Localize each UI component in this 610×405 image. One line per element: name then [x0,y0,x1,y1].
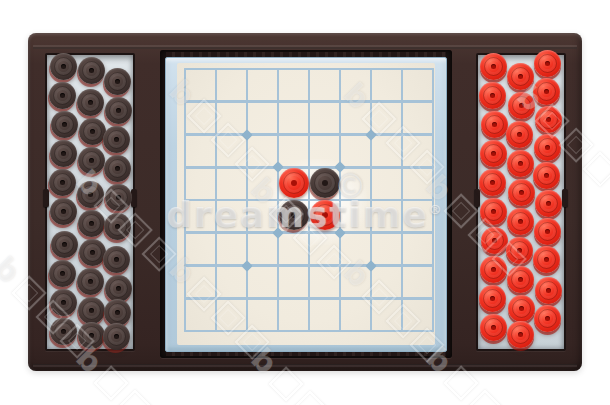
tray-disc-red[interactable] [508,295,535,322]
tray-disc-black[interactable] [105,97,132,124]
tray-disc-black[interactable] [79,239,106,266]
tray-disc-black[interactable] [50,198,77,225]
watermark-char-包 [269,366,304,401]
tray-disc-red[interactable] [533,78,560,105]
tray-disc-red[interactable] [479,82,506,109]
red-disc-tray [476,53,566,351]
board-piece-black[interactable] [279,200,309,230]
tray-disc-red[interactable] [481,227,508,254]
grid-line-vertical [339,68,342,332]
tray-disc-black[interactable] [51,231,78,258]
tray-disc-red[interactable] [533,246,560,273]
frame-seam-bottom [33,364,577,367]
tray-disc-red[interactable] [534,50,561,77]
tray-disc-red[interactable] [508,92,535,119]
tray-disc-black[interactable] [51,111,78,138]
tray-disc-red[interactable] [507,266,534,293]
photo-stage: dreamstime® © bbbbbbbbbbbb [0,0,610,405]
watermark-logo-b: b [0,252,25,288]
grid-line-horizontal [184,231,434,234]
grid-star-dot [241,129,252,140]
tray-disc-black[interactable] [104,299,131,326]
tray-disc-red[interactable] [480,314,507,341]
tray-disc-black[interactable] [104,213,131,240]
tray-disc-black[interactable] [78,322,105,349]
grid-line-horizontal [184,330,434,333]
tray-disc-black[interactable] [79,118,106,145]
grid-line-vertical [401,68,404,332]
tray-disc-red[interactable] [506,237,533,264]
tray-disc-red[interactable] [481,111,508,138]
tray-disc-black[interactable] [103,246,130,273]
tray-disc-black[interactable] [105,275,132,302]
tray-disc-red[interactable] [535,277,562,304]
tray-disc-black[interactable] [50,289,77,316]
tray-disc-red[interactable] [507,321,534,348]
tray-disc-red[interactable] [508,179,535,206]
watermark-char-图 [118,389,153,405]
tray-disc-black[interactable] [78,147,105,174]
watermark-char-图 [293,390,328,405]
tray-disc-black[interactable] [77,268,104,295]
tray-disc-red[interactable] [480,198,507,225]
tray-disc-black[interactable] [103,323,130,350]
tray-disc-red[interactable] [534,218,561,245]
tray-disc-black[interactable] [49,260,76,287]
tray-disc-red[interactable] [507,63,534,90]
watermark-char-网 [583,151,610,186]
grid-star-dot [365,129,376,140]
grid-line-horizontal [184,264,434,267]
tray-clip [474,189,480,207]
tray-disc-black[interactable] [77,89,104,116]
tray-disc-red[interactable] [535,106,562,133]
black-disc-tray [45,53,135,351]
tray-disc-black[interactable] [103,126,130,153]
grid-star-dot [241,260,252,271]
tray-disc-black[interactable] [50,140,77,167]
grid-line-vertical [370,68,373,332]
tray-disc-black[interactable] [49,169,76,196]
tray-clip [131,189,137,207]
board-piece-red[interactable] [279,168,309,198]
grid-line-vertical [432,68,435,332]
board-glass-cover [165,57,447,352]
board-grid[interactable] [185,69,433,331]
tray-disc-black[interactable] [49,82,76,109]
tray-disc-red[interactable] [535,190,562,217]
tray-disc-black[interactable] [78,297,105,324]
othello-board[interactable] [177,63,435,345]
tray-disc-black[interactable] [104,68,131,95]
tray-disc-black[interactable] [104,155,131,182]
tray-disc-red[interactable] [507,150,534,177]
tray-disc-red[interactable] [480,256,507,283]
board-piece-black[interactable] [310,168,340,198]
tray-disc-red[interactable] [479,169,506,196]
tray-disc-red[interactable] [533,162,560,189]
tray-disc-red[interactable] [506,121,533,148]
tray-clip [562,189,568,207]
board-piece-red[interactable] [310,200,340,230]
frame-seam-top [33,45,577,49]
grid-line-horizontal [184,199,434,202]
tray-disc-red[interactable] [480,140,507,167]
board-opening [160,50,452,358]
tray-disc-black[interactable] [50,318,77,345]
tray-disc-black[interactable] [78,57,105,84]
tray-disc-red[interactable] [507,208,534,235]
tray-clip [43,189,49,207]
tray-disc-black[interactable] [105,184,132,211]
watermark-char-图 [468,389,503,405]
grid-line-horizontal [184,297,434,300]
tray-disc-red[interactable] [479,285,506,312]
tray-disc-red[interactable] [534,134,561,161]
tray-disc-black[interactable] [77,181,104,208]
tray-disc-red[interactable] [534,305,561,332]
tray-disc-black[interactable] [50,53,77,80]
grid-star-dot [365,260,376,271]
tray-disc-red[interactable] [480,53,507,80]
tray-disc-black[interactable] [78,210,105,237]
